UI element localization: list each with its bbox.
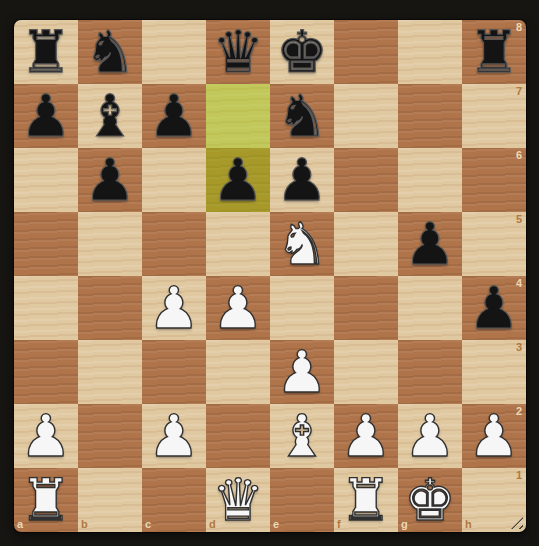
square-f2[interactable]: ♟ — [334, 404, 398, 468]
square-e4[interactable] — [270, 276, 334, 340]
square-f8[interactable] — [334, 20, 398, 84]
square-h8[interactable]: ♜8 — [462, 20, 526, 84]
square-c8[interactable] — [142, 20, 206, 84]
square-f3[interactable] — [334, 340, 398, 404]
white-rook-a1[interactable]: ♜ — [20, 471, 72, 529]
square-h6[interactable]: 6 — [462, 148, 526, 212]
square-f4[interactable] — [334, 276, 398, 340]
square-h7[interactable]: 7 — [462, 84, 526, 148]
square-d1[interactable]: ♛d — [206, 468, 270, 532]
square-b7[interactable]: ♝ — [78, 84, 142, 148]
white-pawn-f2[interactable]: ♟ — [340, 407, 392, 465]
rank-label-6: 6 — [516, 150, 522, 161]
square-c1[interactable]: c — [142, 468, 206, 532]
square-d2[interactable] — [206, 404, 270, 468]
white-pawn-g2[interactable]: ♟ — [404, 407, 456, 465]
square-e7[interactable]: ♞ — [270, 84, 334, 148]
square-h3[interactable]: 3 — [462, 340, 526, 404]
chess-board: ♜♞♛♚♜8♟♝♟♞7♟♟♟6♞♟5♟♟♟4♟3♟♟♝♟♟♟2♜abc♛de♜f… — [14, 20, 526, 532]
file-label-h: h — [465, 519, 472, 530]
square-c7[interactable]: ♟ — [142, 84, 206, 148]
square-d8[interactable]: ♛ — [206, 20, 270, 84]
square-f1[interactable]: ♜f — [334, 468, 398, 532]
black-rook-h8[interactable]: ♜ — [468, 23, 520, 81]
black-pawn-a7[interactable]: ♟ — [20, 87, 72, 145]
square-g7[interactable] — [398, 84, 462, 148]
square-a4[interactable] — [14, 276, 78, 340]
square-a6[interactable] — [14, 148, 78, 212]
square-b2[interactable] — [78, 404, 142, 468]
square-c6[interactable] — [142, 148, 206, 212]
square-e2[interactable]: ♝ — [270, 404, 334, 468]
square-f6[interactable] — [334, 148, 398, 212]
white-pawn-a2[interactable]: ♟ — [20, 407, 72, 465]
square-g4[interactable] — [398, 276, 462, 340]
square-f5[interactable] — [334, 212, 398, 276]
square-b5[interactable] — [78, 212, 142, 276]
square-b3[interactable] — [78, 340, 142, 404]
square-g1[interactable]: ♚g — [398, 468, 462, 532]
square-h5[interactable]: 5 — [462, 212, 526, 276]
square-e1[interactable]: e — [270, 468, 334, 532]
black-bishop-b7[interactable]: ♝ — [84, 87, 136, 145]
rank-label-3: 3 — [516, 342, 522, 353]
black-pawn-e6[interactable]: ♟ — [276, 151, 328, 209]
square-a7[interactable]: ♟ — [14, 84, 78, 148]
white-pawn-h2[interactable]: ♟ — [468, 407, 520, 465]
square-f7[interactable] — [334, 84, 398, 148]
white-pawn-c2[interactable]: ♟ — [148, 407, 200, 465]
square-a8[interactable]: ♜ — [14, 20, 78, 84]
square-g2[interactable]: ♟ — [398, 404, 462, 468]
square-e3[interactable]: ♟ — [270, 340, 334, 404]
black-rook-a8[interactable]: ♜ — [20, 23, 72, 81]
white-pawn-e3[interactable]: ♟ — [276, 343, 328, 401]
white-pawn-c4[interactable]: ♟ — [148, 279, 200, 337]
black-pawn-g5[interactable]: ♟ — [404, 215, 456, 273]
black-pawn-h4[interactable]: ♟ — [468, 279, 520, 337]
square-a2[interactable]: ♟ — [14, 404, 78, 468]
square-c5[interactable] — [142, 212, 206, 276]
file-label-b: b — [81, 519, 88, 530]
black-king-e8[interactable]: ♚ — [276, 23, 328, 81]
square-c4[interactable]: ♟ — [142, 276, 206, 340]
square-a1[interactable]: ♜a — [14, 468, 78, 532]
square-h2[interactable]: ♟2 — [462, 404, 526, 468]
square-g6[interactable] — [398, 148, 462, 212]
square-d4[interactable]: ♟ — [206, 276, 270, 340]
square-a5[interactable] — [14, 212, 78, 276]
square-d6[interactable]: ♟ — [206, 148, 270, 212]
rank-label-7: 7 — [516, 86, 522, 97]
black-knight-b8[interactable]: ♞ — [84, 23, 136, 81]
square-d5[interactable] — [206, 212, 270, 276]
square-b1[interactable]: b — [78, 468, 142, 532]
square-b8[interactable]: ♞ — [78, 20, 142, 84]
white-knight-e5[interactable]: ♞ — [276, 215, 328, 273]
square-a3[interactable] — [14, 340, 78, 404]
black-pawn-b6[interactable]: ♟ — [84, 151, 136, 209]
black-pawn-c7[interactable]: ♟ — [148, 87, 200, 145]
square-b6[interactable]: ♟ — [78, 148, 142, 212]
rank-label-5: 5 — [516, 214, 522, 225]
white-bishop-e2[interactable]: ♝ — [276, 407, 328, 465]
white-queen-d1[interactable]: ♛ — [212, 471, 264, 529]
file-label-e: e — [273, 519, 279, 530]
file-label-c: c — [145, 519, 151, 530]
square-e5[interactable]: ♞ — [270, 212, 334, 276]
square-e6[interactable]: ♟ — [270, 148, 334, 212]
square-c2[interactable]: ♟ — [142, 404, 206, 468]
square-h4[interactable]: ♟4 — [462, 276, 526, 340]
white-rook-f1[interactable]: ♜ — [340, 471, 392, 529]
black-pawn-d6[interactable]: ♟ — [212, 151, 264, 209]
square-d7[interactable] — [206, 84, 270, 148]
white-pawn-d4[interactable]: ♟ — [212, 279, 264, 337]
black-knight-e7[interactable]: ♞ — [276, 87, 328, 145]
square-g3[interactable] — [398, 340, 462, 404]
square-e8[interactable]: ♚ — [270, 20, 334, 84]
square-g5[interactable]: ♟ — [398, 212, 462, 276]
black-queen-d8[interactable]: ♛ — [212, 23, 264, 81]
rank-label-1: 1 — [516, 470, 522, 481]
white-king-g1[interactable]: ♚ — [404, 471, 456, 529]
square-b4[interactable] — [78, 276, 142, 340]
square-h1[interactable]: h1 — [462, 468, 526, 532]
square-c3[interactable] — [142, 340, 206, 404]
square-d3[interactable] — [206, 340, 270, 404]
square-g8[interactable] — [398, 20, 462, 84]
